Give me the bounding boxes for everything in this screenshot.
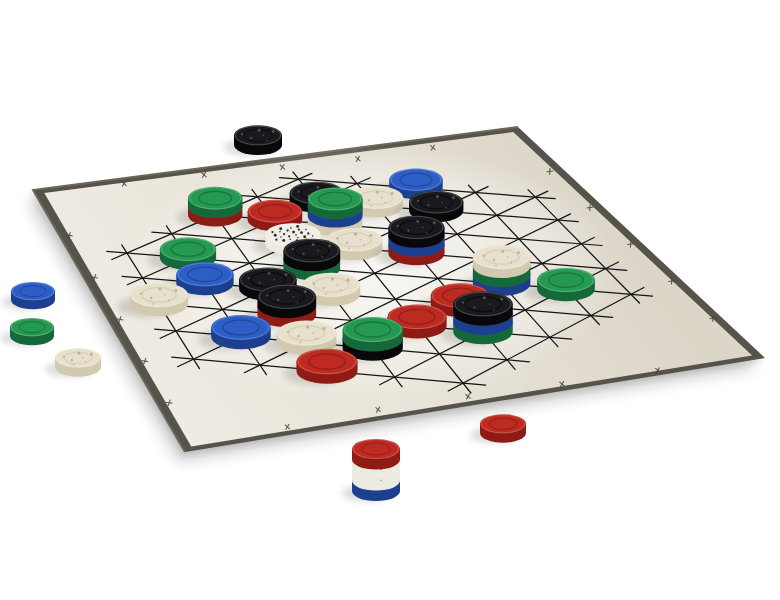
offboard-ivory-3[interactable]: [45, 348, 101, 377]
offboard-black-0[interactable]: [223, 125, 282, 155]
offboard-red-joker-joker-blue-4[interactable]: [341, 439, 400, 502]
offboard-red-5[interactable]: [470, 414, 526, 443]
lyngk-board-photo: [0, 0, 780, 600]
offboard-green-2[interactable]: [0, 318, 54, 346]
offboard-blue-1[interactable]: [1, 282, 55, 310]
product-photo-scene: [0, 0, 780, 600]
